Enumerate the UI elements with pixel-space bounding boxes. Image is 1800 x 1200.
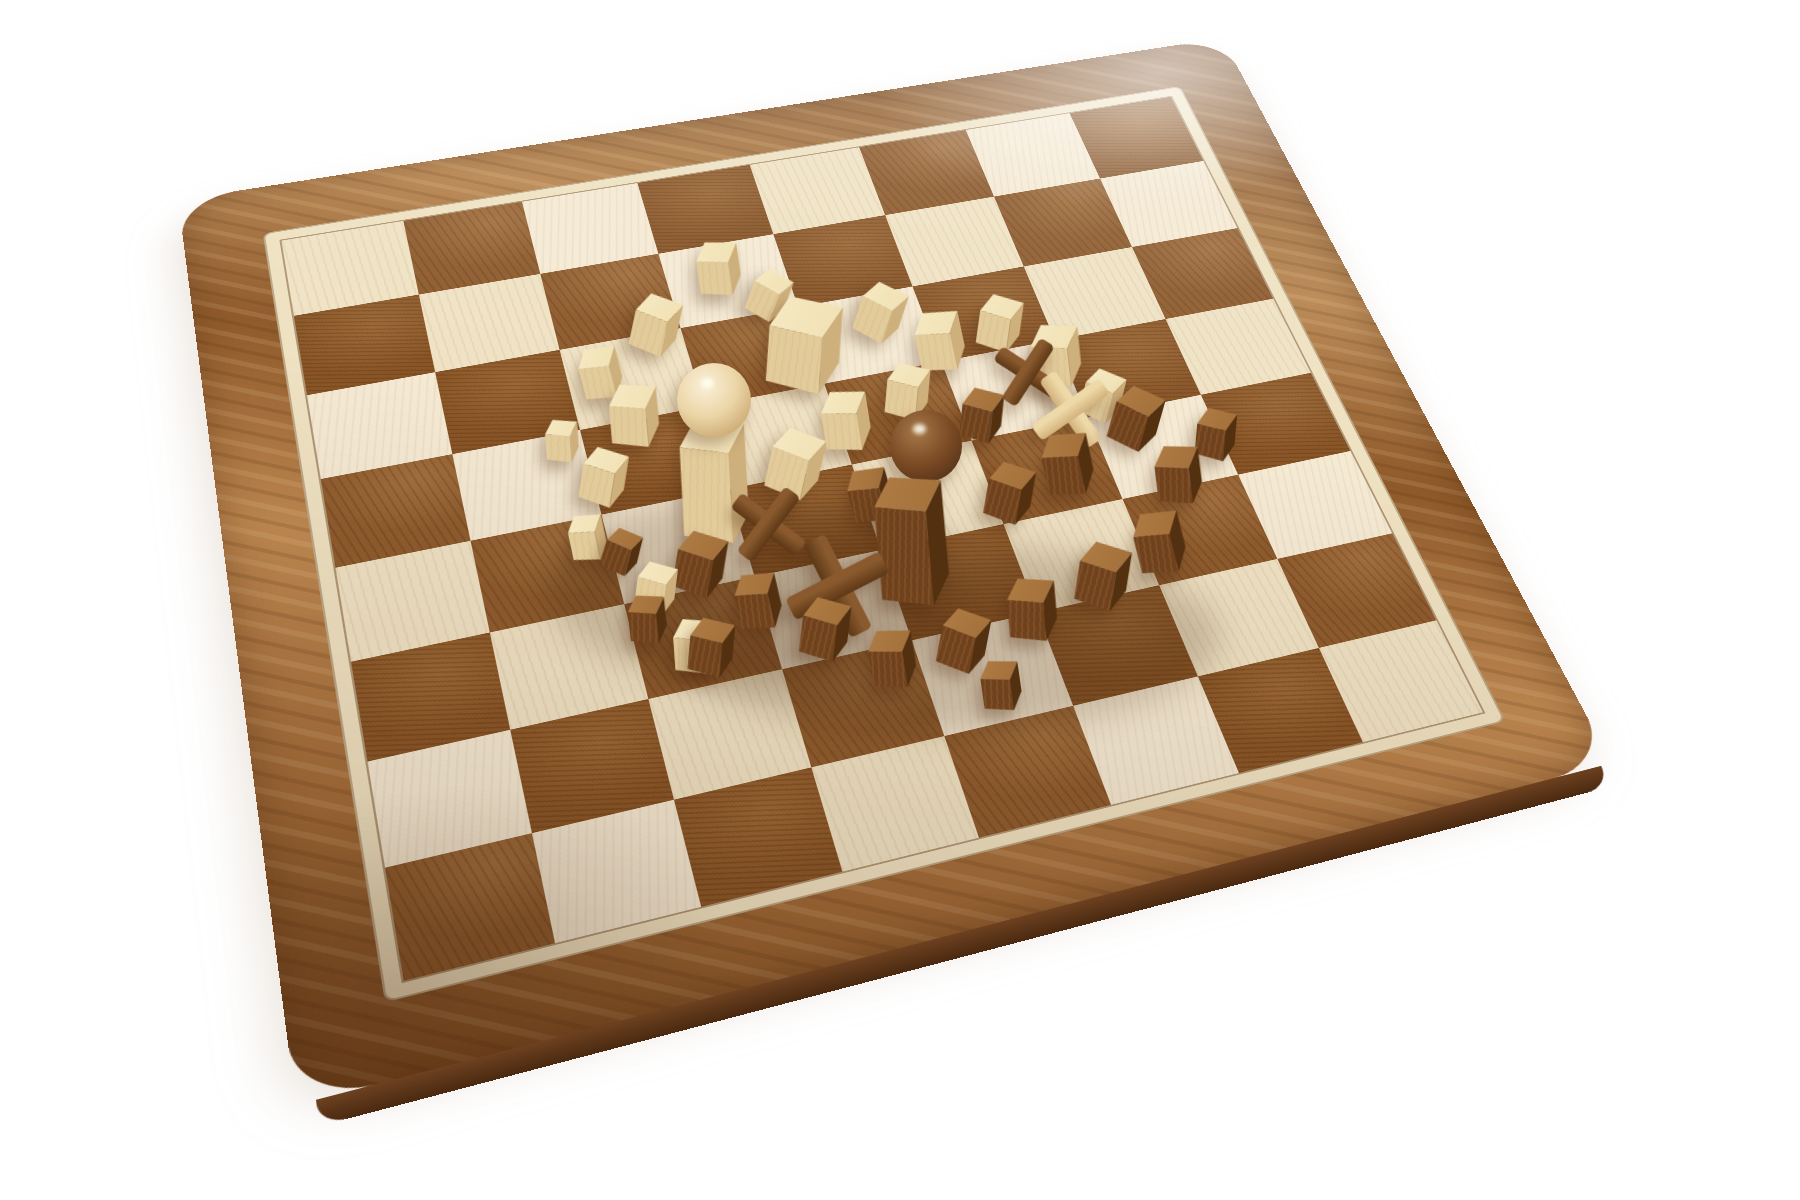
piece-dark-cube-13 bbox=[796, 595, 864, 673]
pieces-layer bbox=[0, 0, 1800, 1200]
piece-dark-cube-17 bbox=[685, 617, 747, 688]
piece-dark-cube-12 bbox=[864, 624, 932, 701]
piece-dark-xcross-18 bbox=[727, 483, 808, 564]
piece-dark-cube-21 bbox=[957, 387, 1015, 453]
piece-dark-cube-3 bbox=[979, 459, 1048, 536]
piece-dark-cube-24 bbox=[977, 655, 1035, 720]
piece-light-cube-3 bbox=[625, 290, 696, 369]
piece-dark-cube-9 bbox=[1070, 540, 1145, 625]
piece-dark-cube-10 bbox=[1004, 575, 1072, 653]
piece-dark-block-1 bbox=[870, 471, 970, 621]
piece-light-cube-11 bbox=[606, 381, 674, 459]
piece-light-cube-1 bbox=[693, 237, 755, 308]
piece-light-ball-22 bbox=[677, 363, 751, 437]
photo-canvas bbox=[0, 0, 1800, 1200]
